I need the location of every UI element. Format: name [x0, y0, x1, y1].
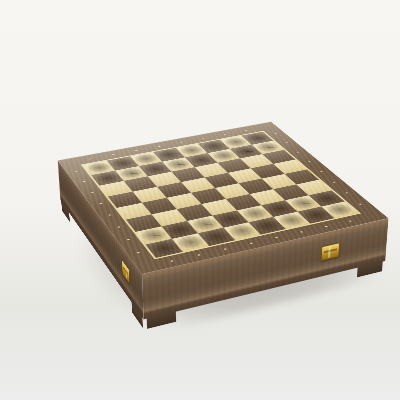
white-queen-finial-dark — [240, 188, 243, 196]
brass-latch-left — [122, 259, 130, 285]
scene: ♜♞♝♛♚♝♞♜♟♟♟♟♟♟♟♟♟♟♟♟♟♟♟♟♜♞♝♛♚♝♞♜ — [0, 0, 400, 400]
chess-set-photo: ♜♞♝♛♚♝♞♜♟♟♟♟♟♟♟♟♟♟♟♟♟♟♟♟♜♞♝♛♚♝♞♜ — [0, 0, 400, 400]
white-king-finial-dark — [265, 177, 269, 186]
brass-latch-front — [321, 242, 340, 261]
chess-box: ♜♞♝♛♚♝♞♜♟♟♟♟♟♟♟♟♟♟♟♟♟♟♟♟♜♞♝♛♚♝♞♜ — [58, 122, 389, 274]
black-king-finial-gold — [190, 108, 194, 114]
